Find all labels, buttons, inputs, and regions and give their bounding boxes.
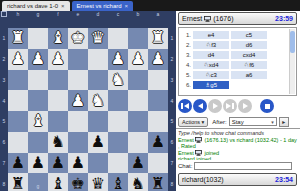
move-row: 4.♘xd4♘f6 [181, 60, 288, 69]
square-g5[interactable]: ♝ [28, 111, 48, 132]
white-pawn[interactable]: ♟ [31, 49, 45, 69]
file-label-g: g [28, 183, 48, 189]
square-e4[interactable]: ♟ [68, 90, 88, 111]
square-h5[interactable] [8, 111, 28, 132]
step-forward-icon [213, 103, 218, 109]
rank-labels-right: 12345678 [168, 28, 176, 191]
rank-label-3: 3 [0, 70, 8, 91]
rank-label-5: 5 [0, 111, 8, 132]
square-a2[interactable]: ♟ [148, 49, 168, 70]
bottom-player-clock: 23:54 [275, 176, 293, 183]
square-d2[interactable] [88, 49, 108, 70]
square-d4[interactable]: ♞ [88, 90, 108, 111]
top-player-clock: 23:59 [275, 15, 293, 22]
white-pawn[interactable]: ♟ [51, 49, 65, 69]
top-player-rating: (1676) [213, 15, 233, 22]
square-f3[interactable] [48, 70, 68, 91]
square-a1[interactable]: ♜ [148, 28, 168, 49]
stop-icon [265, 104, 270, 109]
chess-client-window: richard vs dave 1-0×Ernest vs richard× h… [0, 0, 300, 191]
square-a5[interactable] [148, 111, 168, 132]
stop-button[interactable] [260, 99, 274, 113]
square-a7[interactable] [148, 153, 168, 174]
white-pawn[interactable]: ♟ [71, 91, 85, 111]
file-label-b: b [128, 11, 148, 17]
square-h6[interactable] [8, 132, 28, 153]
chat-message-text: Ernest [178, 137, 194, 143]
black-pawn[interactable]: ♟ [31, 153, 45, 173]
square-g2[interactable]: ♟ [28, 49, 48, 70]
square-b2[interactable]: ♟ [128, 49, 148, 70]
computer-icon [195, 137, 202, 143]
square-e1[interactable]: ♚ [68, 28, 88, 49]
file-label-h: h [8, 11, 28, 17]
file-labels-bottom: hgfedcba [0, 183, 176, 189]
white-pawn[interactable]: ♟ [11, 49, 25, 69]
top-player-username: Ernest [182, 15, 202, 22]
nav-controls [178, 98, 275, 114]
file-labels-top: hgfedcba [0, 11, 176, 17]
rank-label-1: 1 [0, 28, 8, 49]
move-cell[interactable]: ♘f6 [231, 61, 267, 69]
move-number: 2. [181, 42, 193, 48]
move-cell[interactable]: ♘f3 [193, 41, 229, 49]
move-row: 3.d4cxd4 [181, 50, 288, 59]
move-cell[interactable]: e4 [193, 31, 229, 39]
file-label-d: d [88, 183, 108, 189]
scrollbar-thumb[interactable] [290, 31, 295, 53]
square-b4[interactable] [128, 90, 148, 111]
autoplay-button[interactable] [238, 99, 252, 113]
tab-bar: richard vs dave 1-0×Ernest vs richard× [0, 0, 300, 11]
white-bishop[interactable]: ♝ [51, 28, 65, 48]
tab-richard-vs-dave-1-0[interactable]: richard vs dave 1-0× [2, 1, 70, 11]
chess-board: ♜♝♚♛♜♟♟♟♟♟♟♞♟♞♝♞♟♟♟♟♟♟♟♜♝♚♛♝♞♜ [8, 28, 168, 191]
bottom-player-bar: richard(1032) 23:54 [178, 173, 297, 186]
top-player-bar: Ernest (1676) 23:59 [178, 12, 297, 25]
white-queen[interactable]: ♛ [91, 28, 105, 48]
square-b7[interactable]: ♟ [128, 153, 148, 174]
rank-label-1: 1 [168, 28, 176, 49]
move-cell[interactable]: ♘xd4 [193, 61, 229, 69]
bottom-player-name: richard(1032) [182, 176, 224, 183]
chat-message: Ernest (1676.13) vs richard (1032.42) - … [178, 137, 298, 150]
square-c1[interactable] [108, 28, 128, 49]
square-c2[interactable]: ♟ [108, 49, 128, 70]
square-d1[interactable]: ♛ [88, 28, 108, 49]
move-row: 2.♘f3d6 [181, 40, 288, 49]
white-pawn[interactable]: ♟ [151, 49, 165, 69]
square-h1[interactable]: ♜ [8, 28, 28, 49]
square-d6[interactable]: ♟ [88, 132, 108, 153]
square-g6[interactable] [28, 132, 48, 153]
rank-label-7: 7 [0, 153, 8, 174]
move-row: 1.e4c5 [181, 30, 288, 39]
chat-log: Type /help to show chat commandsErnest (… [176, 128, 300, 160]
file-label-e: e [68, 183, 88, 189]
rank-labels-left: 12345678 [0, 28, 8, 191]
skip-to-start-icon [181, 103, 183, 109]
square-e3[interactable] [68, 70, 88, 91]
step-back-icon [198, 103, 203, 109]
square-b6[interactable] [128, 132, 148, 153]
controls-row: Actions ▾ After: Stay ▾ ▸ [178, 116, 289, 127]
white-rook[interactable]: ♜ [11, 28, 25, 48]
after-select-value: Stay [232, 119, 244, 125]
square-f4[interactable] [48, 90, 68, 111]
black-pawn[interactable]: ♟ [131, 153, 145, 173]
square-e6[interactable] [68, 132, 88, 153]
square-e2[interactable] [68, 49, 88, 70]
black-knight[interactable]: ♞ [51, 132, 65, 152]
white-king[interactable]: ♚ [71, 28, 85, 48]
move-list-scrollbar[interactable] [289, 29, 295, 94]
square-f1[interactable]: ♝ [48, 28, 68, 49]
chat-message: richard joined [178, 156, 298, 160]
square-c5[interactable] [108, 111, 128, 132]
rank-label-3: 3 [168, 70, 176, 91]
square-f5[interactable] [48, 111, 68, 132]
white-pawn[interactable]: ♟ [131, 49, 145, 69]
chat-input-row: Chat: [178, 161, 292, 171]
square-a3[interactable] [148, 70, 168, 91]
rank-label-5: 5 [168, 111, 176, 132]
rank-label-4: 4 [0, 90, 8, 111]
file-label-c: c [108, 11, 128, 17]
square-f2[interactable]: ♟ [48, 49, 68, 70]
move-cell[interactable]: a6 [231, 71, 267, 79]
square-b3[interactable] [128, 70, 148, 91]
move-number: 1. [181, 32, 193, 38]
skip-to-start-icon [184, 103, 189, 109]
file-label-g: g [28, 11, 48, 17]
file-label-a: a [148, 183, 168, 189]
board-frame: hgfedcba 12345678 ♜♝♚♛♜♟♟♟♟♟♟♞♟♞♝♞♟♟♟♟♟♟… [0, 11, 176, 191]
tab-label: richard vs dave 1-0 [7, 3, 58, 9]
move-list: 1.e4c52.♘f3d63.d4cxd44.♘xd4♘f65.♘c3a66.♗… [178, 27, 297, 96]
square-g7[interactable]: ♟ [28, 153, 48, 174]
move-cell[interactable]: c5 [231, 31, 267, 39]
move-number: 3. [181, 52, 193, 58]
square-b5[interactable] [128, 111, 148, 132]
after-label: After: [212, 119, 226, 125]
square-d5[interactable] [88, 111, 108, 132]
black-pawn[interactable]: ♟ [151, 132, 165, 152]
move-number: 5. [181, 72, 193, 78]
square-h4[interactable] [8, 90, 28, 111]
chevron-down-icon: ▾ [271, 119, 274, 125]
move-number: 4. [181, 62, 193, 68]
skip-to-end-button[interactable] [223, 99, 237, 113]
step-forward-button[interactable] [208, 99, 222, 113]
rank-label-7: 7 [168, 153, 176, 174]
file-label-a: a [148, 11, 168, 17]
move-number: 6. [181, 82, 193, 88]
move-table: 1.e4c52.♘f3d63.d4cxd44.♘xd4♘f65.♘c3a66.♗… [181, 30, 288, 90]
white-pawn[interactable]: ♟ [111, 49, 125, 69]
square-g3[interactable] [28, 70, 48, 91]
rank-label-6: 6 [0, 132, 8, 153]
move-cell[interactable]: d6 [231, 41, 267, 49]
square-f7[interactable]: ♟ [48, 153, 68, 174]
board-corner [168, 11, 176, 17]
top-player-name: Ernest (1676) [182, 15, 233, 22]
board-corner [0, 183, 8, 189]
chat-message-text: Ernest [178, 150, 194, 156]
white-knight[interactable]: ♞ [111, 70, 125, 90]
black-pawn[interactable]: ♟ [71, 153, 85, 173]
computer-icon [204, 16, 211, 22]
square-c7[interactable] [108, 153, 128, 174]
file-label-f: f [48, 11, 68, 17]
square-h2[interactable]: ♟ [8, 49, 28, 70]
flip-board-icon[interactable] [1, 11, 7, 17]
rank-label-2: 2 [0, 49, 8, 70]
white-bishop[interactable]: ♝ [31, 111, 45, 131]
move-cell [231, 81, 267, 89]
square-b1[interactable] [128, 28, 148, 49]
skip-to-start-button[interactable] [178, 99, 192, 113]
step-back-button[interactable] [193, 99, 207, 113]
move-row: 6.♗g5 [181, 80, 288, 89]
computer-icon-slot [203, 15, 212, 22]
close-tab-icon[interactable]: × [61, 3, 65, 9]
move-cell[interactable]: ♗g5 [193, 81, 229, 89]
square-d3[interactable] [88, 70, 108, 91]
chat-message-text: richard joined [178, 156, 211, 160]
square-f6[interactable]: ♞ [48, 132, 68, 153]
after-go-button[interactable]: ▸ [279, 117, 289, 127]
file-label-c: c [108, 183, 128, 189]
autoplay-icon [243, 103, 248, 109]
close-tab-icon[interactable]: × [125, 3, 129, 9]
move-cell[interactable]: d4 [193, 51, 229, 59]
square-h3[interactable] [8, 70, 28, 91]
game-panel: Ernest (1676) 23:59 1.e4c52.♘f3d63.d4cxd… [176, 11, 300, 191]
skip-to-end-icon [232, 103, 234, 109]
chat-input[interactable] [194, 162, 292, 170]
board-corner [168, 183, 176, 189]
square-a4[interactable] [148, 90, 168, 111]
move-cell[interactable]: ♘c3 [193, 71, 229, 79]
square-a6[interactable]: ♟ [148, 132, 168, 153]
white-knight[interactable]: ♞ [91, 91, 105, 111]
move-cell[interactable]: cxd4 [231, 51, 267, 59]
rank-label-4: 4 [168, 90, 176, 111]
black-pawn[interactable]: ♟ [91, 132, 105, 152]
square-c3[interactable]: ♞ [108, 70, 128, 91]
black-pawn[interactable]: ♟ [51, 153, 65, 173]
square-e7[interactable]: ♟ [68, 153, 88, 174]
tab-ernest-vs-richard[interactable]: Ernest vs richard× [72, 1, 134, 11]
file-label-b: b [128, 183, 148, 189]
actions-button[interactable]: Actions ▾ [178, 117, 208, 127]
move-row: 5.♘c3a6 [181, 70, 288, 79]
square-c6[interactable] [108, 132, 128, 153]
file-label-h: h [8, 183, 28, 189]
rank-label-6: 6 [168, 132, 176, 153]
black-pawn[interactable]: ♟ [11, 153, 25, 173]
square-c4[interactable] [108, 90, 128, 111]
square-d7[interactable] [88, 153, 108, 174]
chat-message-text: joined [203, 150, 219, 156]
square-g1[interactable] [28, 28, 48, 49]
computer-icon [195, 150, 202, 156]
file-label-e: e [68, 11, 88, 17]
square-g4[interactable] [28, 90, 48, 111]
file-label-d: d [88, 11, 108, 17]
square-h7[interactable]: ♟ [8, 153, 28, 174]
skip-to-end-icon [226, 103, 231, 109]
after-select[interactable]: Stay ▾ [229, 117, 277, 126]
square-e5[interactable] [68, 111, 88, 132]
white-rook[interactable]: ♜ [151, 28, 165, 48]
tab-label: Ernest vs richard [77, 3, 122, 9]
file-label-f: f [48, 183, 68, 189]
board-corner [0, 11, 8, 17]
chat-label: Chat: [178, 163, 192, 169]
rank-label-2: 2 [168, 49, 176, 70]
